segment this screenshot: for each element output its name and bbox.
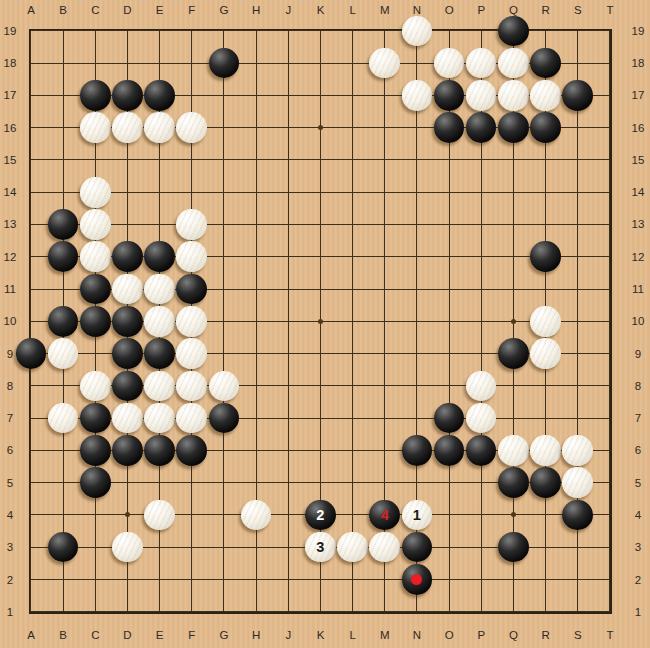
intersection[interactable]: [79, 402, 111, 434]
intersection[interactable]: [401, 531, 433, 563]
intersection[interactable]: [304, 337, 336, 369]
intersection[interactable]: [240, 144, 272, 176]
intersection[interactable]: [529, 531, 561, 563]
intersection[interactable]: [529, 467, 561, 499]
intersection[interactable]: [144, 531, 176, 563]
intersection[interactable]: [304, 241, 336, 273]
intersection[interactable]: [433, 241, 465, 273]
intersection[interactable]: [336, 176, 368, 208]
intersection[interactable]: [529, 47, 561, 79]
intersection[interactable]: [47, 273, 79, 305]
intersection[interactable]: [529, 15, 561, 47]
intersection[interactable]: [562, 15, 594, 47]
intersection[interactable]: [176, 596, 208, 628]
intersection[interactable]: [208, 144, 240, 176]
intersection[interactable]: [208, 176, 240, 208]
intersection[interactable]: [336, 305, 368, 337]
intersection[interactable]: [497, 112, 529, 144]
intersection[interactable]: [111, 79, 143, 111]
intersection[interactable]: [240, 370, 272, 402]
intersection[interactable]: [497, 370, 529, 402]
intersection[interactable]: [272, 144, 304, 176]
intersection[interactable]: [369, 337, 401, 369]
intersection[interactable]: [497, 241, 529, 273]
intersection[interactable]: [176, 47, 208, 79]
intersection[interactable]: [240, 434, 272, 466]
intersection[interactable]: [272, 208, 304, 240]
intersection[interactable]: [47, 112, 79, 144]
intersection[interactable]: [562, 47, 594, 79]
intersection[interactable]: [465, 337, 497, 369]
intersection[interactable]: [497, 499, 529, 531]
intersection[interactable]: [176, 531, 208, 563]
intersection[interactable]: [336, 208, 368, 240]
intersection[interactable]: [111, 402, 143, 434]
intersection[interactable]: [369, 208, 401, 240]
intersection[interactable]: [304, 402, 336, 434]
intersection[interactable]: [401, 112, 433, 144]
intersection[interactable]: [336, 47, 368, 79]
intersection[interactable]: [433, 79, 465, 111]
intersection[interactable]: [594, 15, 626, 47]
intersection[interactable]: [272, 337, 304, 369]
intersection[interactable]: [240, 112, 272, 144]
intersection[interactable]: [144, 273, 176, 305]
intersection[interactable]: [176, 402, 208, 434]
intersection[interactable]: [594, 337, 626, 369]
intersection[interactable]: [594, 273, 626, 305]
intersection[interactable]: [369, 531, 401, 563]
intersection[interactable]: [47, 596, 79, 628]
intersection[interactable]: [401, 563, 433, 595]
intersection[interactable]: [594, 467, 626, 499]
intersection[interactable]: [562, 563, 594, 595]
intersection[interactable]: [562, 434, 594, 466]
intersection[interactable]: [497, 337, 529, 369]
intersection[interactable]: [594, 112, 626, 144]
intersection[interactable]: [594, 370, 626, 402]
intersection[interactable]: [176, 144, 208, 176]
intersection[interactable]: [240, 499, 272, 531]
intersection[interactable]: [111, 531, 143, 563]
intersection[interactable]: [529, 402, 561, 434]
intersection[interactable]: [497, 176, 529, 208]
intersection[interactable]: [240, 467, 272, 499]
intersection[interactable]: [111, 305, 143, 337]
intersection[interactable]: [562, 499, 594, 531]
intersection[interactable]: [369, 112, 401, 144]
intersection[interactable]: [144, 402, 176, 434]
intersection[interactable]: [497, 563, 529, 595]
intersection[interactable]: [401, 337, 433, 369]
intersection[interactable]: [79, 15, 111, 47]
intersection[interactable]: [208, 208, 240, 240]
intersection[interactable]: [304, 112, 336, 144]
intersection[interactable]: [111, 176, 143, 208]
intersection[interactable]: [369, 47, 401, 79]
intersection[interactable]: [433, 467, 465, 499]
intersection[interactable]: [240, 15, 272, 47]
intersection[interactable]: [111, 273, 143, 305]
intersection[interactable]: [111, 563, 143, 595]
intersection[interactable]: [529, 337, 561, 369]
intersection[interactable]: [79, 337, 111, 369]
intersection[interactable]: [47, 337, 79, 369]
intersection[interactable]: [594, 176, 626, 208]
intersection[interactable]: [272, 241, 304, 273]
intersection[interactable]: [144, 208, 176, 240]
intersection[interactable]: [529, 79, 561, 111]
intersection[interactable]: [497, 208, 529, 240]
intersection[interactable]: [529, 563, 561, 595]
intersection[interactable]: [401, 144, 433, 176]
intersection[interactable]: [562, 79, 594, 111]
intersection[interactable]: [562, 305, 594, 337]
intersection[interactable]: [47, 208, 79, 240]
intersection[interactable]: [240, 208, 272, 240]
intersection[interactable]: [369, 241, 401, 273]
intersection[interactable]: [111, 15, 143, 47]
intersection[interactable]: [401, 402, 433, 434]
intersection[interactable]: [336, 370, 368, 402]
intersection[interactable]: [79, 273, 111, 305]
intersection[interactable]: [176, 273, 208, 305]
intersection[interactable]: [594, 531, 626, 563]
intersection[interactable]: [369, 434, 401, 466]
intersection[interactable]: [240, 563, 272, 595]
intersection[interactable]: [47, 176, 79, 208]
intersection[interactable]: [240, 273, 272, 305]
intersection[interactable]: [497, 79, 529, 111]
intersection[interactable]: [79, 241, 111, 273]
intersection[interactable]: [144, 467, 176, 499]
intersection[interactable]: [465, 563, 497, 595]
intersection[interactable]: [272, 596, 304, 628]
intersection[interactable]: [497, 15, 529, 47]
intersection[interactable]: [336, 241, 368, 273]
intersection[interactable]: [208, 467, 240, 499]
intersection[interactable]: [529, 596, 561, 628]
intersection[interactable]: [401, 15, 433, 47]
intersection[interactable]: [433, 563, 465, 595]
intersection[interactable]: 2: [304, 499, 336, 531]
intersection[interactable]: [562, 273, 594, 305]
intersection[interactable]: [240, 79, 272, 111]
intersection[interactable]: [369, 15, 401, 47]
intersection[interactable]: [272, 531, 304, 563]
intersection[interactable]: [594, 47, 626, 79]
intersection[interactable]: [465, 208, 497, 240]
intersection[interactable]: [336, 434, 368, 466]
intersection[interactable]: [336, 467, 368, 499]
intersection[interactable]: [336, 563, 368, 595]
intersection[interactable]: [144, 434, 176, 466]
intersection[interactable]: [111, 47, 143, 79]
intersection[interactable]: [304, 15, 336, 47]
intersection[interactable]: [79, 467, 111, 499]
intersection[interactable]: [433, 402, 465, 434]
intersection[interactable]: [47, 499, 79, 531]
intersection[interactable]: [111, 434, 143, 466]
intersection[interactable]: [465, 47, 497, 79]
intersection[interactable]: [401, 176, 433, 208]
intersection[interactable]: [208, 563, 240, 595]
intersection[interactable]: [176, 305, 208, 337]
intersection[interactable]: [208, 370, 240, 402]
intersection[interactable]: [79, 370, 111, 402]
intersection[interactable]: [433, 434, 465, 466]
intersection[interactable]: [529, 176, 561, 208]
intersection[interactable]: [336, 337, 368, 369]
intersection[interactable]: [79, 596, 111, 628]
intersection[interactable]: [208, 499, 240, 531]
intersection[interactable]: [369, 563, 401, 595]
intersection[interactable]: [79, 112, 111, 144]
intersection[interactable]: [79, 47, 111, 79]
intersection[interactable]: [47, 15, 79, 47]
intersection[interactable]: [208, 273, 240, 305]
intersection[interactable]: [465, 499, 497, 531]
intersection[interactable]: [336, 402, 368, 434]
intersection[interactable]: [529, 273, 561, 305]
intersection[interactable]: [79, 563, 111, 595]
intersection[interactable]: [562, 112, 594, 144]
intersection[interactable]: 1: [401, 499, 433, 531]
intersection[interactable]: [497, 402, 529, 434]
intersection[interactable]: [47, 144, 79, 176]
intersection[interactable]: [208, 531, 240, 563]
intersection[interactable]: [240, 47, 272, 79]
intersection[interactable]: [208, 337, 240, 369]
intersection[interactable]: [176, 15, 208, 47]
intersection[interactable]: [47, 241, 79, 273]
intersection[interactable]: [176, 337, 208, 369]
intersection[interactable]: [144, 305, 176, 337]
intersection[interactable]: [208, 47, 240, 79]
intersection[interactable]: [304, 273, 336, 305]
intersection[interactable]: [272, 305, 304, 337]
intersection[interactable]: [336, 273, 368, 305]
intersection[interactable]: [304, 434, 336, 466]
intersection[interactable]: [369, 467, 401, 499]
intersection[interactable]: [336, 531, 368, 563]
intersection[interactable]: [562, 208, 594, 240]
intersection[interactable]: [497, 531, 529, 563]
intersection[interactable]: [433, 499, 465, 531]
intersection[interactable]: [369, 79, 401, 111]
intersection[interactable]: [272, 176, 304, 208]
intersection[interactable]: [272, 402, 304, 434]
intersection[interactable]: [240, 241, 272, 273]
intersection[interactable]: [272, 434, 304, 466]
intersection[interactable]: [497, 305, 529, 337]
intersection[interactable]: [304, 596, 336, 628]
intersection[interactable]: [176, 112, 208, 144]
intersection[interactable]: [465, 273, 497, 305]
intersection[interactable]: [594, 402, 626, 434]
intersection[interactable]: [208, 112, 240, 144]
intersection[interactable]: [336, 112, 368, 144]
intersection[interactable]: [336, 596, 368, 628]
intersection[interactable]: [144, 499, 176, 531]
intersection[interactable]: [176, 241, 208, 273]
intersection[interactable]: [208, 402, 240, 434]
intersection[interactable]: [369, 370, 401, 402]
intersection[interactable]: [47, 467, 79, 499]
intersection[interactable]: [272, 467, 304, 499]
intersection[interactable]: [562, 596, 594, 628]
intersection[interactable]: [465, 79, 497, 111]
intersection[interactable]: [465, 144, 497, 176]
intersection[interactable]: [47, 47, 79, 79]
intersection[interactable]: [304, 79, 336, 111]
intersection[interactable]: [465, 434, 497, 466]
intersection[interactable]: [529, 434, 561, 466]
intersection[interactable]: [144, 47, 176, 79]
intersection[interactable]: [176, 434, 208, 466]
intersection[interactable]: [433, 273, 465, 305]
intersection[interactable]: [111, 370, 143, 402]
intersection[interactable]: [47, 79, 79, 111]
intersection[interactable]: [433, 15, 465, 47]
intersection[interactable]: [401, 305, 433, 337]
intersection[interactable]: [497, 467, 529, 499]
intersection[interactable]: [144, 112, 176, 144]
intersection[interactable]: [594, 563, 626, 595]
intersection[interactable]: [433, 337, 465, 369]
intersection[interactable]: [433, 176, 465, 208]
intersection[interactable]: [240, 305, 272, 337]
intersection[interactable]: [111, 499, 143, 531]
intersection[interactable]: [208, 15, 240, 47]
intersection[interactable]: [594, 434, 626, 466]
intersection[interactable]: [497, 434, 529, 466]
intersection[interactable]: [176, 370, 208, 402]
intersection[interactable]: [176, 79, 208, 111]
intersection[interactable]: [336, 15, 368, 47]
intersection[interactable]: [47, 370, 79, 402]
intersection[interactable]: [111, 467, 143, 499]
intersection[interactable]: [433, 144, 465, 176]
intersection[interactable]: [176, 563, 208, 595]
intersection[interactable]: [47, 434, 79, 466]
intersection[interactable]: [562, 241, 594, 273]
intersection[interactable]: [79, 144, 111, 176]
intersection[interactable]: [79, 176, 111, 208]
intersection[interactable]: [465, 241, 497, 273]
intersection[interactable]: [208, 596, 240, 628]
intersection[interactable]: [465, 15, 497, 47]
intersection[interactable]: [144, 241, 176, 273]
intersection[interactable]: [401, 241, 433, 273]
intersection[interactable]: [240, 402, 272, 434]
intersection[interactable]: [304, 563, 336, 595]
intersection[interactable]: 3: [304, 531, 336, 563]
intersection[interactable]: [594, 499, 626, 531]
intersection[interactable]: [401, 47, 433, 79]
intersection[interactable]: [272, 15, 304, 47]
intersection[interactable]: [529, 112, 561, 144]
intersection[interactable]: 4: [369, 499, 401, 531]
intersection[interactable]: [465, 112, 497, 144]
intersection[interactable]: [369, 305, 401, 337]
intersection[interactable]: [144, 79, 176, 111]
intersection[interactable]: [111, 208, 143, 240]
intersection[interactable]: [208, 305, 240, 337]
intersection[interactable]: [529, 305, 561, 337]
intersection[interactable]: [176, 499, 208, 531]
intersection[interactable]: [144, 563, 176, 595]
intersection[interactable]: [144, 15, 176, 47]
intersection[interactable]: [336, 144, 368, 176]
intersection[interactable]: [336, 499, 368, 531]
intersection[interactable]: [369, 402, 401, 434]
intersection[interactable]: [529, 144, 561, 176]
intersection[interactable]: [594, 596, 626, 628]
intersection[interactable]: [47, 305, 79, 337]
intersection[interactable]: [369, 596, 401, 628]
intersection[interactable]: [465, 596, 497, 628]
intersection[interactable]: [562, 176, 594, 208]
intersection[interactable]: [562, 144, 594, 176]
intersection[interactable]: [79, 499, 111, 531]
intersection[interactable]: [529, 370, 561, 402]
intersection[interactable]: [240, 337, 272, 369]
intersection[interactable]: [562, 337, 594, 369]
intersection[interactable]: [111, 596, 143, 628]
intersection[interactable]: [433, 305, 465, 337]
intersection[interactable]: [144, 337, 176, 369]
intersection[interactable]: [272, 47, 304, 79]
intersection[interactable]: [401, 79, 433, 111]
intersection[interactable]: [79, 305, 111, 337]
intersection[interactable]: [176, 467, 208, 499]
intersection[interactable]: [369, 176, 401, 208]
intersection[interactable]: [304, 305, 336, 337]
intersection[interactable]: [433, 208, 465, 240]
intersection[interactable]: [304, 47, 336, 79]
intersection[interactable]: [465, 467, 497, 499]
intersection[interactable]: [401, 273, 433, 305]
intersection[interactable]: [304, 370, 336, 402]
intersection[interactable]: [304, 208, 336, 240]
intersection[interactable]: [176, 176, 208, 208]
intersection[interactable]: [144, 596, 176, 628]
intersection[interactable]: [240, 531, 272, 563]
intersection[interactable]: [272, 273, 304, 305]
intersection[interactable]: [401, 467, 433, 499]
intersection[interactable]: [144, 176, 176, 208]
intersection[interactable]: [562, 402, 594, 434]
intersection[interactable]: [304, 176, 336, 208]
intersection[interactable]: [401, 434, 433, 466]
intersection[interactable]: [497, 144, 529, 176]
intersection[interactable]: [111, 144, 143, 176]
intersection[interactable]: [47, 531, 79, 563]
intersection[interactable]: [433, 370, 465, 402]
intersection[interactable]: [401, 370, 433, 402]
intersection[interactable]: [272, 499, 304, 531]
intersection[interactable]: [529, 499, 561, 531]
intersection[interactable]: [497, 47, 529, 79]
intersection[interactable]: [594, 144, 626, 176]
intersection[interactable]: [240, 176, 272, 208]
intersection[interactable]: [594, 79, 626, 111]
intersection[interactable]: [562, 467, 594, 499]
intersection[interactable]: [401, 596, 433, 628]
intersection[interactable]: [240, 596, 272, 628]
intersection[interactable]: [272, 112, 304, 144]
